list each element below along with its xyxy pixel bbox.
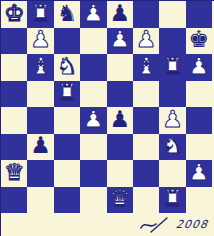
square-d2 xyxy=(80,160,106,187)
square-g8 xyxy=(159,1,185,28)
piece-white-bishop: ♝ xyxy=(136,55,157,78)
piece-white-rook: ♜ xyxy=(57,81,78,104)
square-f8 xyxy=(133,1,159,28)
square-g4: ♟ xyxy=(159,107,185,134)
square-c7 xyxy=(54,28,80,55)
piece-white-queen: ♛ xyxy=(4,161,25,184)
piece-white-pawn: ♟ xyxy=(189,55,210,78)
chess-artwork: ♚♜♞♟♟♟♟♟♚♝♞♝♜♟♜♟♟♟♟♞♛♟♛♜ 2008 xyxy=(0,0,214,236)
piece-white-knight: ♞ xyxy=(57,55,78,78)
piece-white-pawn: ♟ xyxy=(83,108,104,131)
square-a2: ♛ xyxy=(1,160,27,187)
piece-black-king: ♚ xyxy=(189,28,210,51)
square-f1 xyxy=(133,187,159,214)
piece-white-rook: ♜ xyxy=(162,187,183,210)
square-e2 xyxy=(107,160,133,187)
square-d7 xyxy=(80,28,106,55)
piece-white-knight: ♞ xyxy=(162,134,183,157)
square-d6 xyxy=(80,54,106,81)
square-a5 xyxy=(1,81,27,108)
square-e8: ♟ xyxy=(107,1,133,28)
square-c1 xyxy=(54,187,80,214)
piece-white-pawn: ♟ xyxy=(162,108,183,131)
square-d5 xyxy=(80,81,106,108)
piece-white-queen: ♛ xyxy=(109,187,130,210)
square-a3 xyxy=(1,134,27,161)
square-f3 xyxy=(133,134,159,161)
square-b1 xyxy=(27,187,53,214)
square-c3 xyxy=(54,134,80,161)
square-h8 xyxy=(186,1,212,28)
square-h1 xyxy=(186,187,212,214)
piece-black-knight: ♞ xyxy=(57,2,78,25)
square-f4 xyxy=(133,107,159,134)
square-h7: ♚ xyxy=(186,28,212,55)
square-c8: ♞ xyxy=(54,1,80,28)
square-a4 xyxy=(1,107,27,134)
signature-strip: 2008 xyxy=(1,213,214,236)
piece-white-pawn: ♟ xyxy=(109,28,130,51)
piece-black-pawn: ♟ xyxy=(109,2,130,25)
signature-year: 2008 xyxy=(175,218,209,231)
piece-white-rook: ♜ xyxy=(162,55,183,78)
square-d8: ♟ xyxy=(80,1,106,28)
piece-white-pawn: ♟ xyxy=(83,2,104,25)
square-e5 xyxy=(107,81,133,108)
square-b4 xyxy=(27,107,53,134)
square-g5 xyxy=(159,81,185,108)
square-g1: ♜ xyxy=(159,187,185,214)
square-h4 xyxy=(186,107,212,134)
square-g7 xyxy=(159,28,185,55)
square-a6 xyxy=(1,54,27,81)
square-b5 xyxy=(27,81,53,108)
piece-black-pawn: ♟ xyxy=(30,134,51,157)
square-e7: ♟ xyxy=(107,28,133,55)
square-b3: ♟ xyxy=(27,134,53,161)
square-g3: ♞ xyxy=(159,134,185,161)
square-b2 xyxy=(27,160,53,187)
square-c6: ♞ xyxy=(54,54,80,81)
square-c2 xyxy=(54,160,80,187)
square-h5 xyxy=(186,81,212,108)
square-d3 xyxy=(80,134,106,161)
signature-squiggle-icon xyxy=(139,216,173,234)
square-c4 xyxy=(54,107,80,134)
square-f2 xyxy=(133,160,159,187)
piece-white-rook: ♜ xyxy=(30,2,51,25)
square-f6: ♝ xyxy=(133,54,159,81)
square-b8: ♜ xyxy=(27,1,53,28)
square-a1 xyxy=(1,187,27,214)
chess-board: ♚♜♞♟♟♟♟♟♚♝♞♝♜♟♜♟♟♟♟♞♛♟♛♜ xyxy=(1,1,212,214)
square-c5: ♜ xyxy=(54,81,80,108)
square-b6: ♝ xyxy=(27,54,53,81)
square-g2 xyxy=(159,160,185,187)
piece-white-bishop: ♝ xyxy=(30,55,51,78)
square-f7: ♟ xyxy=(133,28,159,55)
square-a8: ♚ xyxy=(1,1,27,28)
square-e1: ♛ xyxy=(107,187,133,214)
piece-white-pawn: ♟ xyxy=(136,28,157,51)
square-f5 xyxy=(133,81,159,108)
piece-white-king: ♚ xyxy=(4,2,25,25)
piece-black-pawn: ♟ xyxy=(109,108,130,131)
square-d4: ♟ xyxy=(80,107,106,134)
square-g6: ♜ xyxy=(159,54,185,81)
square-b7: ♟ xyxy=(27,28,53,55)
square-h2: ♟ xyxy=(186,160,212,187)
square-e3 xyxy=(107,134,133,161)
square-e4: ♟ xyxy=(107,107,133,134)
square-h3 xyxy=(186,134,212,161)
square-h6: ♟ xyxy=(186,54,212,81)
square-a7 xyxy=(1,28,27,55)
square-e6 xyxy=(107,54,133,81)
piece-white-pawn: ♟ xyxy=(189,161,210,184)
square-d1 xyxy=(80,187,106,214)
piece-white-pawn: ♟ xyxy=(30,28,51,51)
